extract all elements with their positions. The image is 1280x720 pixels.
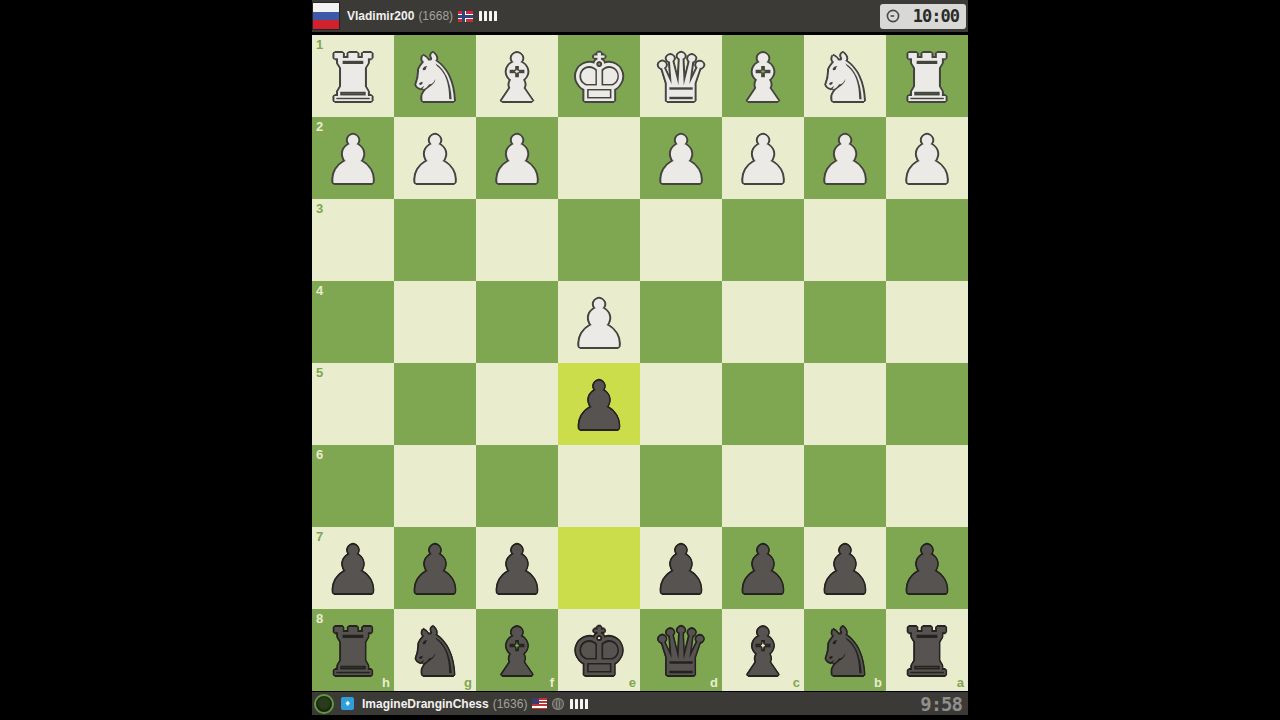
square-f3[interactable]	[476, 199, 558, 281]
square-h4[interactable]: 4	[312, 281, 394, 363]
piece-white-pawn[interactable]: ♟	[312, 117, 394, 199]
square-d4[interactable]	[640, 281, 722, 363]
square-a4[interactable]	[886, 281, 968, 363]
square-e6[interactable]	[558, 445, 640, 527]
player-clock-time: 9:58	[920, 693, 962, 715]
square-h6[interactable]: 6	[312, 445, 394, 527]
square-d3[interactable]	[640, 199, 722, 281]
signal-bars-icon	[570, 699, 588, 709]
square-a7[interactable]: ♟	[886, 527, 968, 609]
piece-black-knight[interactable]: ♞	[804, 609, 886, 691]
piece-white-pawn[interactable]: ♟	[476, 117, 558, 199]
piece-black-pawn[interactable]: ♟	[886, 527, 968, 609]
piece-white-rook[interactable]: ♜	[312, 35, 394, 117]
square-g5[interactable]	[394, 363, 476, 445]
square-c8[interactable]: c♝	[722, 609, 804, 691]
piece-black-pawn[interactable]: ♟	[558, 363, 640, 445]
square-c6[interactable]	[722, 445, 804, 527]
piece-black-king[interactable]: ♚	[558, 609, 640, 691]
square-a6[interactable]	[886, 445, 968, 527]
russia-flag-red-stripe	[313, 20, 339, 29]
square-g3[interactable]	[394, 199, 476, 281]
piece-black-queen[interactable]: ♛	[640, 609, 722, 691]
rank-label-6: 6	[316, 448, 323, 461]
opponent-rating: (1668)	[418, 9, 453, 23]
square-e8[interactable]: e♚	[558, 609, 640, 691]
square-d8[interactable]: d♛	[640, 609, 722, 691]
square-c7[interactable]: ♟	[722, 527, 804, 609]
square-b2[interactable]: ♟	[804, 117, 886, 199]
square-f4[interactable]	[476, 281, 558, 363]
norway-flag-icon	[458, 11, 473, 22]
square-d2[interactable]: ♟	[640, 117, 722, 199]
opponent-clock: 10:00	[880, 4, 966, 29]
piece-black-pawn[interactable]: ♟	[640, 527, 722, 609]
rank-label-4: 4	[316, 284, 323, 297]
square-g7[interactable]: ♟	[394, 527, 476, 609]
rank-label-3: 3	[316, 202, 323, 215]
piece-white-bishop[interactable]: ♝	[476, 35, 558, 117]
piece-white-rook[interactable]: ♜	[886, 35, 968, 117]
piece-black-bishop[interactable]: ♝	[722, 609, 804, 691]
piece-white-king[interactable]: ♚	[558, 35, 640, 117]
square-c4[interactable]	[722, 281, 804, 363]
square-c5[interactable]	[722, 363, 804, 445]
square-b5[interactable]	[804, 363, 886, 445]
square-c2[interactable]: ♟	[722, 117, 804, 199]
russia-flag-blue-stripe	[313, 12, 339, 21]
square-e7[interactable]	[558, 527, 640, 609]
chess-app: Vladimir200 (1668) 10:00 1♜♞♝♚♛♝♞♜2♟♟♟♟♟…	[312, 0, 968, 715]
square-f8[interactable]: f♝	[476, 609, 558, 691]
piece-black-pawn[interactable]: ♟	[804, 527, 886, 609]
square-b6[interactable]	[804, 445, 886, 527]
square-g6[interactable]	[394, 445, 476, 527]
piece-white-queen[interactable]: ♛	[640, 35, 722, 117]
square-h8[interactable]: 8h♜	[312, 609, 394, 691]
square-h7[interactable]: 7♟	[312, 527, 394, 609]
piece-black-knight[interactable]: ♞	[394, 609, 476, 691]
rank-label-5: 5	[316, 366, 323, 379]
square-a8[interactable]: a♜	[886, 609, 968, 691]
piece-black-pawn[interactable]: ♟	[722, 527, 804, 609]
piece-white-knight[interactable]: ♞	[394, 35, 476, 117]
player-rating: (1636)	[493, 697, 528, 711]
square-f2[interactable]: ♟	[476, 117, 558, 199]
us-flag-icon	[532, 698, 547, 709]
square-e3[interactable]	[558, 199, 640, 281]
square-h3[interactable]: 3	[312, 199, 394, 281]
square-b1[interactable]: ♞	[804, 35, 886, 117]
square-e1[interactable]: ♚	[558, 35, 640, 117]
square-h5[interactable]: 5	[312, 363, 394, 445]
piece-black-rook[interactable]: ♜	[312, 609, 394, 691]
piece-white-pawn[interactable]: ♟	[804, 117, 886, 199]
opponent-clock-time: 10:00	[913, 6, 959, 26]
chess-board[interactable]: 1♜♞♝♚♛♝♞♜2♟♟♟♟♟♟♟34♟5♟67♟♟♟♟♟♟♟8h♜g♞f♝e♚…	[312, 35, 968, 691]
square-h2[interactable]: 2♟	[312, 117, 394, 199]
square-a5[interactable]	[886, 363, 968, 445]
square-b4[interactable]	[804, 281, 886, 363]
square-d6[interactable]	[640, 445, 722, 527]
square-h1[interactable]: 1♜	[312, 35, 394, 117]
square-d7[interactable]: ♟	[640, 527, 722, 609]
clock-icon	[886, 9, 900, 23]
player-bar: ♦ ImagineDranginChess (1636) 9:58	[312, 692, 968, 715]
square-b3[interactable]	[804, 199, 886, 281]
player-avatar[interactable]	[314, 694, 334, 714]
square-g1[interactable]: ♞	[394, 35, 476, 117]
square-d1[interactable]: ♛	[640, 35, 722, 117]
square-f5[interactable]	[476, 363, 558, 445]
piece-black-rook[interactable]: ♜	[886, 609, 968, 691]
piece-white-pawn[interactable]: ♟	[558, 281, 640, 363]
signal-bars-icon	[479, 11, 497, 21]
piece-black-pawn[interactable]: ♟	[312, 527, 394, 609]
square-a2[interactable]: ♟	[886, 117, 968, 199]
square-f6[interactable]	[476, 445, 558, 527]
square-b7[interactable]: ♟	[804, 527, 886, 609]
opponent-player-bar: Vladimir200 (1668) 10:00	[312, 0, 968, 32]
opponent-username[interactable]: Vladimir200	[347, 9, 414, 23]
square-g2[interactable]: ♟	[394, 117, 476, 199]
player-username[interactable]: ImagineDranginChess	[362, 697, 489, 711]
square-g8[interactable]: g♞	[394, 609, 476, 691]
diamond-membership-icon: ♦	[341, 697, 354, 710]
piece-black-pawn[interactable]: ♟	[476, 527, 558, 609]
piece-black-bishop[interactable]: ♝	[476, 609, 558, 691]
square-e2[interactable]	[558, 117, 640, 199]
piece-white-pawn[interactable]: ♟	[394, 117, 476, 199]
square-a3[interactable]	[886, 199, 968, 281]
piece-white-bishop[interactable]: ♝	[722, 35, 804, 117]
piece-white-knight[interactable]: ♞	[804, 35, 886, 117]
square-b8[interactable]: b♞	[804, 609, 886, 691]
square-g4[interactable]	[394, 281, 476, 363]
square-c1[interactable]: ♝	[722, 35, 804, 117]
square-e4[interactable]: ♟	[558, 281, 640, 363]
piece-white-pawn[interactable]: ♟	[722, 117, 804, 199]
piece-black-pawn[interactable]: ♟	[394, 527, 476, 609]
square-d5[interactable]	[640, 363, 722, 445]
square-f7[interactable]: ♟	[476, 527, 558, 609]
square-a1[interactable]: ♜	[886, 35, 968, 117]
piece-white-pawn[interactable]: ♟	[640, 117, 722, 199]
piece-white-pawn[interactable]: ♟	[886, 117, 968, 199]
square-f1[interactable]: ♝	[476, 35, 558, 117]
russia-flag-white-stripe	[313, 3, 339, 12]
square-e5[interactable]: ♟	[558, 363, 640, 445]
square-c3[interactable]	[722, 199, 804, 281]
video-frame: Vladimir200 (1668) 10:00 1♜♞♝♚♛♝♞♜2♟♟♟♟♟…	[0, 0, 1280, 720]
opponent-avatar[interactable]	[313, 3, 339, 29]
globe-icon	[552, 698, 564, 710]
